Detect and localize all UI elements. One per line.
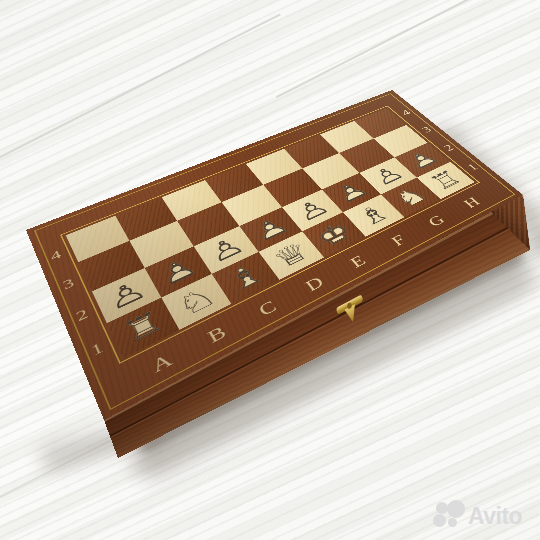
avito-logo-icon — [433, 514, 446, 527]
scene: ♟♙♟♙♟♙♟♙♟♙♟♙♟♙♟♙♜♖♞♘♝♗♛♕♚♔♝♗♞♘♜♖ ABCDEFG… — [0, 0, 540, 540]
avito-logo-icon — [447, 500, 465, 518]
watermark-text: Avito — [468, 503, 522, 530]
avito-watermark: Avito — [430, 497, 540, 537]
avito-logo-icon — [448, 518, 457, 527]
